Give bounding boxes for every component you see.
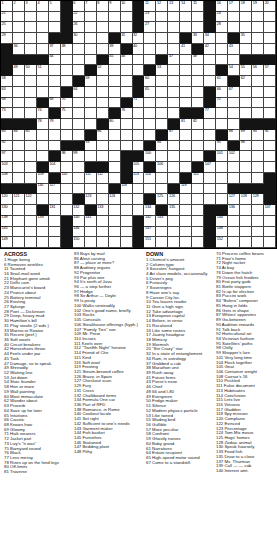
grid-cell[interactable] bbox=[156, 227, 168, 238]
grid-cell[interactable]: 52 bbox=[97, 65, 109, 76]
grid-cell[interactable]: 115 bbox=[192, 173, 204, 184]
grid-cell[interactable] bbox=[121, 12, 133, 23]
grid-cell[interactable] bbox=[168, 227, 180, 238]
grid-cell[interactable] bbox=[192, 237, 204, 248]
grid-cell[interactable] bbox=[192, 130, 204, 141]
grid-cell[interactable] bbox=[85, 98, 97, 109]
grid-cell[interactable] bbox=[85, 87, 97, 98]
grid-cell[interactable] bbox=[192, 76, 204, 87]
grid-cell[interactable] bbox=[37, 151, 49, 162]
grid-cell[interactable]: 107 bbox=[204, 162, 216, 173]
grid-cell[interactable]: 10 bbox=[121, 1, 133, 12]
grid-cell[interactable] bbox=[180, 22, 192, 33]
grid-cell[interactable] bbox=[156, 12, 168, 23]
grid-cell[interactable] bbox=[180, 162, 192, 173]
grid-cell[interactable] bbox=[252, 141, 264, 152]
grid-cell[interactable] bbox=[204, 184, 216, 195]
grid-cell[interactable] bbox=[168, 173, 180, 184]
grid-cell[interactable] bbox=[204, 194, 216, 205]
grid-cell[interactable] bbox=[37, 87, 49, 98]
grid-cell[interactable] bbox=[73, 119, 85, 130]
grid-cell[interactable] bbox=[61, 65, 73, 76]
grid-cell[interactable] bbox=[192, 216, 204, 227]
grid-cell[interactable] bbox=[216, 55, 228, 66]
grid-cell[interactable] bbox=[49, 237, 61, 248]
grid-cell[interactable] bbox=[49, 130, 61, 141]
grid-cell[interactable] bbox=[240, 98, 252, 109]
grid-cell[interactable]: 81 bbox=[180, 119, 192, 130]
grid-cell[interactable] bbox=[228, 162, 240, 173]
grid-cell[interactable]: 56 bbox=[252, 65, 264, 76]
grid-cell[interactable]: 4 bbox=[37, 1, 49, 12]
grid-cell[interactable] bbox=[13, 151, 25, 162]
grid-cell[interactable]: 27 bbox=[144, 22, 156, 33]
grid-cell[interactable]: 87 bbox=[168, 130, 180, 141]
grid-cell[interactable] bbox=[97, 237, 109, 248]
grid-cell[interactable]: 71 bbox=[133, 98, 145, 109]
grid-cell[interactable] bbox=[25, 173, 37, 184]
grid-cell[interactable] bbox=[240, 87, 252, 98]
grid-cell[interactable] bbox=[216, 184, 228, 195]
grid-cell[interactable] bbox=[156, 22, 168, 33]
grid-cell[interactable] bbox=[25, 162, 37, 173]
grid-cell[interactable] bbox=[109, 76, 121, 87]
grid-cell[interactable] bbox=[25, 44, 37, 55]
grid-cell[interactable] bbox=[61, 205, 73, 216]
grid-cell[interactable]: 13 bbox=[168, 1, 180, 12]
grid-cell[interactable] bbox=[49, 22, 61, 33]
grid-cell[interactable]: 65 bbox=[144, 87, 156, 98]
grid-cell[interactable] bbox=[85, 22, 97, 33]
grid-cell[interactable] bbox=[73, 55, 85, 66]
grid-cell[interactable] bbox=[144, 119, 156, 130]
grid-cell[interactable] bbox=[180, 76, 192, 87]
grid-cell[interactable] bbox=[192, 87, 204, 98]
grid-cell[interactable] bbox=[133, 184, 145, 195]
grid-cell[interactable] bbox=[25, 22, 37, 33]
grid-cell[interactable] bbox=[264, 12, 276, 23]
grid-cell[interactable]: 20 bbox=[264, 1, 276, 12]
grid-cell[interactable] bbox=[228, 237, 240, 248]
grid-cell[interactable] bbox=[264, 216, 276, 227]
grid-cell[interactable] bbox=[240, 205, 252, 216]
grid-cell[interactable]: 31 bbox=[121, 33, 133, 44]
grid-cell[interactable]: 122 bbox=[25, 194, 37, 205]
grid-cell[interactable]: 50 bbox=[25, 65, 37, 76]
grid-cell[interactable] bbox=[25, 237, 37, 248]
grid-cell[interactable] bbox=[109, 22, 121, 33]
grid-cell[interactable]: 128 bbox=[240, 194, 252, 205]
grid-cell[interactable]: 117 bbox=[49, 184, 61, 195]
grid-cell[interactable] bbox=[264, 98, 276, 109]
grid-cell[interactable]: 75 bbox=[61, 108, 73, 119]
grid-cell[interactable]: 77 bbox=[204, 108, 216, 119]
grid-cell[interactable] bbox=[121, 87, 133, 98]
grid-cell[interactable] bbox=[97, 98, 109, 109]
grid-cell[interactable]: 133 bbox=[97, 205, 109, 216]
grid-cell[interactable]: 90 bbox=[252, 130, 264, 141]
grid-cell[interactable] bbox=[264, 22, 276, 33]
grid-cell[interactable] bbox=[73, 184, 85, 195]
grid-cell[interactable]: 93 bbox=[85, 141, 97, 152]
grid-cell[interactable] bbox=[204, 55, 216, 66]
grid-cell[interactable]: 112 bbox=[97, 173, 109, 184]
grid-cell[interactable] bbox=[37, 44, 49, 55]
grid-cell[interactable] bbox=[144, 98, 156, 109]
grid-cell[interactable] bbox=[133, 141, 145, 152]
grid-cell[interactable] bbox=[252, 98, 264, 109]
grid-cell[interactable] bbox=[73, 108, 85, 119]
grid-cell[interactable] bbox=[156, 44, 168, 55]
grid-cell[interactable] bbox=[97, 87, 109, 98]
grid-cell[interactable] bbox=[13, 22, 25, 33]
grid-cell[interactable] bbox=[37, 130, 49, 141]
grid-cell[interactable] bbox=[144, 44, 156, 55]
grid-cell[interactable] bbox=[37, 33, 49, 44]
grid-cell[interactable]: 51 bbox=[37, 65, 49, 76]
grid-cell[interactable] bbox=[97, 151, 109, 162]
grid-cell[interactable]: 53 bbox=[156, 65, 168, 76]
grid-cell[interactable] bbox=[109, 173, 121, 184]
grid-cell[interactable] bbox=[168, 12, 180, 23]
grid-cell[interactable] bbox=[240, 12, 252, 23]
grid-cell[interactable] bbox=[180, 55, 192, 66]
grid-cell[interactable] bbox=[49, 227, 61, 238]
grid-cell[interactable] bbox=[192, 141, 204, 152]
grid-cell[interactable] bbox=[13, 98, 25, 109]
grid-cell[interactable] bbox=[133, 55, 145, 66]
grid-cell[interactable] bbox=[156, 237, 168, 248]
grid-cell[interactable] bbox=[13, 227, 25, 238]
grid-cell[interactable] bbox=[168, 65, 180, 76]
grid-cell[interactable]: 152 bbox=[216, 237, 228, 248]
grid-cell[interactable]: 131 bbox=[49, 205, 61, 216]
grid-cell[interactable]: 136 bbox=[228, 205, 240, 216]
grid-cell[interactable] bbox=[73, 65, 85, 76]
grid-cell[interactable] bbox=[252, 12, 264, 23]
grid-cell[interactable] bbox=[216, 33, 228, 44]
grid-cell[interactable] bbox=[264, 76, 276, 87]
grid-cell[interactable]: 67 bbox=[228, 87, 240, 98]
grid-cell[interactable] bbox=[228, 98, 240, 109]
grid-cell[interactable]: 104 bbox=[49, 162, 61, 173]
grid-cell[interactable] bbox=[192, 12, 204, 23]
grid-cell[interactable] bbox=[121, 65, 133, 76]
grid-cell[interactable] bbox=[37, 237, 49, 248]
grid-cell[interactable] bbox=[85, 227, 97, 238]
grid-cell[interactable]: 113 bbox=[133, 173, 145, 184]
grid-cell[interactable] bbox=[252, 44, 264, 55]
grid-cell[interactable] bbox=[85, 12, 97, 23]
grid-cell[interactable] bbox=[180, 12, 192, 23]
grid-cell[interactable] bbox=[168, 151, 180, 162]
grid-cell[interactable] bbox=[144, 184, 156, 195]
grid-cell[interactable] bbox=[97, 22, 109, 33]
grid-cell[interactable]: 5 bbox=[49, 1, 61, 12]
grid-cell[interactable] bbox=[264, 141, 276, 152]
grid-cell[interactable]: 116 bbox=[37, 184, 49, 195]
grid-cell[interactable]: 110 bbox=[61, 173, 73, 184]
grid-cell[interactable]: 62 bbox=[240, 76, 252, 87]
grid-cell[interactable] bbox=[133, 65, 145, 76]
grid-cell[interactable] bbox=[109, 205, 121, 216]
grid-cell[interactable]: 124 bbox=[109, 194, 121, 205]
grid-cell[interactable] bbox=[109, 141, 121, 152]
grid-cell[interactable] bbox=[25, 227, 37, 238]
grid-cell[interactable]: 38 bbox=[61, 44, 73, 55]
grid-cell[interactable] bbox=[37, 194, 49, 205]
grid-cell[interactable] bbox=[37, 22, 49, 33]
grid-cell[interactable] bbox=[180, 237, 192, 248]
grid-cell[interactable]: 44 bbox=[49, 55, 61, 66]
grid-cell[interactable] bbox=[133, 205, 145, 216]
grid-cell[interactable] bbox=[85, 119, 97, 130]
grid-cell[interactable] bbox=[228, 12, 240, 23]
grid-cell[interactable]: 19 bbox=[252, 1, 264, 12]
grid-cell[interactable] bbox=[61, 55, 73, 66]
grid-cell[interactable] bbox=[168, 108, 180, 119]
grid-cell[interactable] bbox=[240, 237, 252, 248]
grid-cell[interactable]: 135 bbox=[168, 205, 180, 216]
grid-cell[interactable] bbox=[168, 141, 180, 152]
grid-cell[interactable] bbox=[264, 237, 276, 248]
grid-cell[interactable] bbox=[121, 141, 133, 152]
grid-cell[interactable] bbox=[252, 216, 264, 227]
grid-cell[interactable] bbox=[192, 98, 204, 109]
grid-cell[interactable] bbox=[180, 194, 192, 205]
grid-cell[interactable] bbox=[13, 237, 25, 248]
grid-cell[interactable]: 69 bbox=[49, 98, 61, 109]
grid-cell[interactable] bbox=[97, 216, 109, 227]
grid-cell[interactable] bbox=[25, 205, 37, 216]
grid-cell[interactable] bbox=[204, 76, 216, 87]
grid-cell[interactable]: 64 bbox=[73, 87, 85, 98]
grid-cell[interactable] bbox=[61, 119, 73, 130]
grid-cell[interactable] bbox=[264, 151, 276, 162]
grid-cell[interactable] bbox=[168, 76, 180, 87]
grid-cell[interactable] bbox=[25, 87, 37, 98]
grid-cell[interactable] bbox=[85, 33, 97, 44]
grid-cell[interactable] bbox=[121, 76, 133, 87]
grid-cell[interactable]: 47 bbox=[168, 55, 180, 66]
grid-cell[interactable]: 111 bbox=[85, 173, 97, 184]
grid-cell[interactable] bbox=[192, 151, 204, 162]
grid-cell[interactable] bbox=[13, 87, 25, 98]
grid-cell[interactable] bbox=[156, 76, 168, 87]
grid-cell[interactable] bbox=[13, 205, 25, 216]
grid-cell[interactable] bbox=[61, 76, 73, 87]
grid-cell[interactable]: 118 bbox=[121, 184, 133, 195]
grid-cell[interactable]: 141 bbox=[85, 216, 97, 227]
grid-cell[interactable] bbox=[180, 227, 192, 238]
grid-cell[interactable]: 12 bbox=[156, 1, 168, 12]
grid-cell[interactable] bbox=[192, 65, 204, 76]
grid-cell[interactable] bbox=[109, 151, 121, 162]
grid-cell[interactable]: 101 bbox=[216, 151, 228, 162]
grid-cell[interactable]: 40 bbox=[133, 44, 145, 55]
grid-cell[interactable]: 150 bbox=[73, 237, 85, 248]
grid-cell[interactable] bbox=[252, 108, 264, 119]
grid-cell[interactable] bbox=[216, 119, 228, 130]
grid-cell[interactable] bbox=[252, 237, 264, 248]
grid-cell[interactable]: 72 bbox=[216, 98, 228, 109]
grid-cell[interactable] bbox=[97, 227, 109, 238]
grid-cell[interactable] bbox=[61, 194, 73, 205]
grid-cell[interactable] bbox=[121, 130, 133, 141]
grid-cell[interactable] bbox=[180, 216, 192, 227]
grid-cell[interactable]: 48 bbox=[192, 55, 204, 66]
grid-cell[interactable] bbox=[156, 173, 168, 184]
grid-cell[interactable]: 59 bbox=[85, 76, 97, 87]
grid-cell[interactable] bbox=[85, 108, 97, 119]
grid-cell[interactable] bbox=[204, 141, 216, 152]
grid-cell[interactable] bbox=[85, 55, 97, 66]
grid-cell[interactable] bbox=[264, 87, 276, 98]
grid-cell[interactable]: 88 bbox=[228, 130, 240, 141]
grid-cell[interactable] bbox=[13, 173, 25, 184]
grid-cell[interactable] bbox=[49, 216, 61, 227]
grid-cell[interactable] bbox=[168, 216, 180, 227]
grid-cell[interactable] bbox=[168, 33, 180, 44]
grid-cell[interactable] bbox=[97, 108, 109, 119]
grid-cell[interactable] bbox=[109, 227, 121, 238]
grid-cell[interactable] bbox=[25, 151, 37, 162]
grid-cell[interactable] bbox=[252, 22, 264, 33]
grid-cell[interactable]: 76 bbox=[121, 108, 133, 119]
grid-cell[interactable]: 91 bbox=[264, 130, 276, 141]
grid-cell[interactable] bbox=[240, 216, 252, 227]
grid-cell[interactable] bbox=[13, 216, 25, 227]
grid-cell[interactable]: 143 bbox=[156, 216, 168, 227]
grid-cell[interactable] bbox=[168, 22, 180, 33]
grid-cell[interactable]: 28 bbox=[216, 22, 228, 33]
grid-cell[interactable] bbox=[264, 108, 276, 119]
grid-cell[interactable]: 82 bbox=[192, 119, 204, 130]
grid-cell[interactable] bbox=[156, 33, 168, 44]
grid-cell[interactable]: 79 bbox=[49, 119, 61, 130]
grid-cell[interactable]: 84 bbox=[13, 130, 25, 141]
grid-cell[interactable] bbox=[97, 184, 109, 195]
grid-cell[interactable] bbox=[228, 227, 240, 238]
grid-cell[interactable]: 41 bbox=[180, 44, 192, 55]
grid-cell[interactable] bbox=[97, 33, 109, 44]
grid-cell[interactable] bbox=[49, 65, 61, 76]
grid-cell[interactable]: 86 bbox=[97, 130, 109, 141]
grid-cell[interactable]: 2 bbox=[13, 1, 25, 12]
grid-cell[interactable]: 139 bbox=[37, 216, 49, 227]
grid-cell[interactable]: 98 bbox=[61, 151, 73, 162]
grid-cell[interactable]: 125 bbox=[156, 194, 168, 205]
grid-cell[interactable] bbox=[192, 227, 204, 238]
grid-cell[interactable] bbox=[109, 65, 121, 76]
grid-cell[interactable] bbox=[168, 98, 180, 109]
grid-cell[interactable] bbox=[240, 108, 252, 119]
grid-cell[interactable] bbox=[228, 22, 240, 33]
grid-cell[interactable] bbox=[264, 33, 276, 44]
grid-cell[interactable] bbox=[25, 76, 37, 87]
grid-cell[interactable] bbox=[180, 130, 192, 141]
grid-cell[interactable]: 119 bbox=[180, 184, 192, 195]
grid-cell[interactable] bbox=[13, 162, 25, 173]
grid-cell[interactable] bbox=[156, 119, 168, 130]
grid-cell[interactable] bbox=[264, 44, 276, 55]
grid-cell[interactable] bbox=[240, 162, 252, 173]
grid-cell[interactable] bbox=[73, 44, 85, 55]
grid-cell[interactable] bbox=[252, 205, 264, 216]
grid-cell[interactable] bbox=[252, 173, 264, 184]
grid-cell[interactable] bbox=[216, 162, 228, 173]
grid-cell[interactable] bbox=[121, 119, 133, 130]
grid-cell[interactable] bbox=[240, 173, 252, 184]
grid-cell[interactable]: 17 bbox=[228, 1, 240, 12]
grid-cell[interactable] bbox=[228, 216, 240, 227]
grid-cell[interactable] bbox=[156, 108, 168, 119]
grid-cell[interactable] bbox=[97, 76, 109, 87]
grid-cell[interactable] bbox=[109, 98, 121, 109]
grid-cell[interactable]: 30 bbox=[73, 33, 85, 44]
grid-cell[interactable] bbox=[85, 44, 97, 55]
grid-cell[interactable] bbox=[133, 194, 145, 205]
grid-cell[interactable] bbox=[85, 237, 97, 248]
grid-cell[interactable] bbox=[252, 227, 264, 238]
grid-cell[interactable] bbox=[144, 33, 156, 44]
grid-cell[interactable] bbox=[61, 184, 73, 195]
grid-cell[interactable] bbox=[133, 108, 145, 119]
grid-cell[interactable] bbox=[180, 65, 192, 76]
grid-cell[interactable]: 137 bbox=[264, 205, 276, 216]
grid-cell[interactable] bbox=[180, 98, 192, 109]
grid-cell[interactable]: 94 bbox=[156, 141, 168, 152]
grid-cell[interactable]: 18 bbox=[240, 1, 252, 12]
grid-cell[interactable] bbox=[13, 108, 25, 119]
grid-cell[interactable] bbox=[133, 130, 145, 141]
grid-cell[interactable] bbox=[13, 76, 25, 87]
grid-cell[interactable] bbox=[85, 151, 97, 162]
grid-cell[interactable] bbox=[156, 87, 168, 98]
grid-cell[interactable]: 15 bbox=[192, 1, 204, 12]
grid-cell[interactable]: 33 bbox=[192, 33, 204, 44]
grid-cell[interactable] bbox=[204, 173, 216, 184]
grid-cell[interactable] bbox=[264, 227, 276, 238]
grid-cell[interactable] bbox=[121, 205, 133, 216]
grid-cell[interactable]: 49 bbox=[13, 65, 25, 76]
grid-cell[interactable] bbox=[25, 108, 37, 119]
grid-cell[interactable] bbox=[144, 108, 156, 119]
grid-cell[interactable] bbox=[121, 194, 133, 205]
grid-cell[interactable] bbox=[121, 216, 133, 227]
grid-cell[interactable] bbox=[252, 151, 264, 162]
grid-cell[interactable] bbox=[192, 194, 204, 205]
grid-cell[interactable]: 43 bbox=[228, 44, 240, 55]
grid-cell[interactable]: 114 bbox=[144, 173, 156, 184]
grid-cell[interactable]: 46 bbox=[121, 55, 133, 66]
grid-cell[interactable]: 102 bbox=[228, 151, 240, 162]
grid-cell[interactable] bbox=[180, 141, 192, 152]
grid-cell[interactable] bbox=[49, 12, 61, 23]
grid-cell[interactable]: 121 bbox=[13, 194, 25, 205]
grid-cell[interactable] bbox=[264, 162, 276, 173]
grid-cell[interactable] bbox=[144, 55, 156, 66]
grid-cell[interactable] bbox=[216, 44, 228, 55]
grid-cell[interactable] bbox=[204, 65, 216, 76]
grid-cell[interactable] bbox=[13, 141, 25, 152]
grid-cell[interactable] bbox=[228, 108, 240, 119]
grid-cell[interactable] bbox=[109, 12, 121, 23]
grid-cell[interactable] bbox=[97, 44, 109, 55]
grid-cell[interactable] bbox=[204, 119, 216, 130]
grid-cell[interactable]: 99 bbox=[73, 151, 85, 162]
grid-cell[interactable] bbox=[121, 227, 133, 238]
